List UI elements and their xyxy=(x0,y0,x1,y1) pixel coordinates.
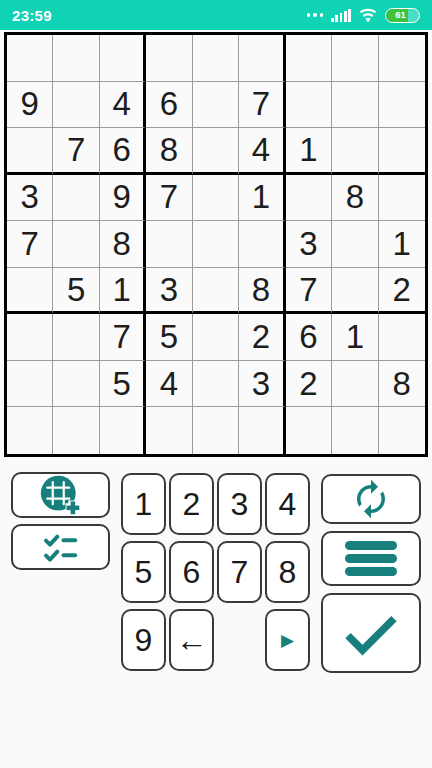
new-puzzle-button[interactable] xyxy=(11,472,110,518)
cell-r9c9[interactable] xyxy=(379,407,425,454)
cell-r4c7[interactable] xyxy=(286,175,332,222)
cell-r4c3[interactable]: 9 xyxy=(100,175,146,222)
cell-r2c5[interactable] xyxy=(193,82,239,129)
cell-r2c2[interactable] xyxy=(53,82,99,129)
key-8[interactable]: 8 xyxy=(265,541,310,603)
cell-r5c7[interactable]: 3 xyxy=(286,221,332,268)
cell-r8c6[interactable]: 3 xyxy=(239,361,285,408)
cell-r5c2[interactable] xyxy=(53,221,99,268)
cell-r5c6[interactable] xyxy=(239,221,285,268)
cell-r3c3[interactable]: 6 xyxy=(100,128,146,175)
key-4[interactable]: 4 xyxy=(265,473,310,535)
backspace-key[interactable]: ← xyxy=(169,609,214,671)
cell-r4c2[interactable] xyxy=(53,175,99,222)
cell-r6c8[interactable] xyxy=(332,268,378,315)
cell-r4c9[interactable] xyxy=(379,175,425,222)
cell-r9c3[interactable] xyxy=(100,407,146,454)
cell-r8c3[interactable]: 5 xyxy=(100,361,146,408)
cell-r5c8[interactable] xyxy=(332,221,378,268)
restart-button[interactable] xyxy=(321,474,421,524)
hint-key[interactable]: ▶ xyxy=(265,609,310,671)
cell-r3c5[interactable] xyxy=(193,128,239,175)
cell-r2c9[interactable] xyxy=(379,82,425,129)
cell-r6c4[interactable]: 3 xyxy=(146,268,192,315)
status-bar: 23:59 61 xyxy=(0,0,432,30)
cell-r5c9[interactable]: 1 xyxy=(379,221,425,268)
checkmark-icon xyxy=(337,599,405,667)
cell-r9c1[interactable] xyxy=(7,407,53,454)
grid-plus-icon xyxy=(37,473,85,517)
cell-r7c2[interactable] xyxy=(53,314,99,361)
cell-r3c9[interactable] xyxy=(379,128,425,175)
cell-r3c2[interactable]: 7 xyxy=(53,128,99,175)
cell-r1c7[interactable] xyxy=(286,35,332,82)
checklist-button[interactable] xyxy=(11,524,110,570)
battery-percent: 61 xyxy=(395,10,406,20)
confirm-button[interactable] xyxy=(321,593,421,673)
cell-r7c6[interactable]: 2 xyxy=(239,314,285,361)
cell-r9c2[interactable] xyxy=(53,407,99,454)
backspace-arrow-icon: ← xyxy=(176,622,208,659)
notification-dots-icon xyxy=(307,13,324,17)
cell-r6c5[interactable] xyxy=(193,268,239,315)
bottom-navbar: New Game ? xyxy=(0,690,432,768)
cell-r8c5[interactable] xyxy=(193,361,239,408)
cell-r8c7[interactable]: 2 xyxy=(286,361,332,408)
cell-r1c8[interactable] xyxy=(332,35,378,82)
cell-r4c8[interactable]: 8 xyxy=(332,175,378,222)
cell-r2c7[interactable] xyxy=(286,82,332,129)
cell-r3c7[interactable]: 1 xyxy=(286,128,332,175)
cell-r2c4[interactable]: 6 xyxy=(146,82,192,129)
sudoku-board: 9467768413971878315138727526154328 xyxy=(4,32,428,457)
cell-r1c9[interactable] xyxy=(379,35,425,82)
cell-r7c4[interactable]: 5 xyxy=(146,314,192,361)
cell-r5c3[interactable]: 8 xyxy=(100,221,146,268)
key-9[interactable]: 9 xyxy=(121,609,166,671)
cell-r2c8[interactable] xyxy=(332,82,378,129)
menu-button[interactable] xyxy=(321,531,421,586)
cell-r7c5[interactable] xyxy=(193,314,239,361)
cell-r9c6[interactable] xyxy=(239,407,285,454)
cell-r6c7[interactable]: 7 xyxy=(286,268,332,315)
key-2[interactable]: 2 xyxy=(169,473,214,535)
cell-r1c3[interactable] xyxy=(100,35,146,82)
cell-r1c1[interactable] xyxy=(7,35,53,82)
cell-r1c4[interactable] xyxy=(146,35,192,82)
cell-r8c4[interactable]: 4 xyxy=(146,361,192,408)
cell-r7c8[interactable]: 1 xyxy=(332,314,378,361)
cell-r2c1[interactable]: 9 xyxy=(7,82,53,129)
key-3[interactable]: 3 xyxy=(217,473,262,535)
play-triangle-icon: ▶ xyxy=(281,630,294,651)
cell-r5c5[interactable] xyxy=(193,221,239,268)
cell-r5c4[interactable] xyxy=(146,221,192,268)
cell-r3c4[interactable]: 8 xyxy=(146,128,192,175)
battery-fill: 61 xyxy=(386,9,408,22)
hamburger-icon xyxy=(345,541,397,576)
cell-r3c1[interactable] xyxy=(7,128,53,175)
cell-r2c3[interactable]: 4 xyxy=(100,82,146,129)
key-6[interactable]: 6 xyxy=(169,541,214,603)
cell-r7c3[interactable]: 7 xyxy=(100,314,146,361)
cell-r1c6[interactable] xyxy=(239,35,285,82)
key-5[interactable]: 5 xyxy=(121,541,166,603)
key-7[interactable]: 7 xyxy=(217,541,262,603)
key-1[interactable]: 1 xyxy=(121,473,166,535)
cell-r9c5[interactable] xyxy=(193,407,239,454)
cell-r4c1[interactable]: 3 xyxy=(7,175,53,222)
wifi-icon xyxy=(359,8,377,23)
battery-indicator: 61 xyxy=(385,8,420,23)
checklist-icon xyxy=(41,528,81,566)
status-icons: 61 xyxy=(307,0,420,30)
sudoku-app: 23:59 61 9467768413971878315138727526154… xyxy=(0,0,432,768)
cell-r3c8[interactable] xyxy=(332,128,378,175)
autorenew-icon xyxy=(350,478,392,520)
cell-r6c3[interactable]: 1 xyxy=(100,268,146,315)
cell-r5c1[interactable]: 7 xyxy=(7,221,53,268)
cell-r8c8[interactable] xyxy=(332,361,378,408)
cell-r4c5[interactable] xyxy=(193,175,239,222)
cell-r9c8[interactable] xyxy=(332,407,378,454)
cell-r6c2[interactable]: 5 xyxy=(53,268,99,315)
cell-r8c1[interactable] xyxy=(7,361,53,408)
cell-r6c6[interactable]: 8 xyxy=(239,268,285,315)
cell-r6c9[interactable]: 2 xyxy=(379,268,425,315)
cell-r7c1[interactable] xyxy=(7,314,53,361)
cell-r4c4[interactable]: 7 xyxy=(146,175,192,222)
cell-r4c6[interactable]: 1 xyxy=(239,175,285,222)
cell-r7c7[interactable]: 6 xyxy=(286,314,332,361)
status-time: 23:59 xyxy=(12,7,52,24)
cell-signal-icon xyxy=(331,9,351,22)
cell-r1c5[interactable] xyxy=(193,35,239,82)
cell-r2c6[interactable]: 7 xyxy=(239,82,285,129)
cell-r9c4[interactable] xyxy=(146,407,192,454)
cell-r6c1[interactable] xyxy=(7,268,53,315)
cell-r7c9[interactable] xyxy=(379,314,425,361)
cell-r1c2[interactable] xyxy=(53,35,99,82)
cell-r3c6[interactable]: 4 xyxy=(239,128,285,175)
cell-r9c7[interactable] xyxy=(286,407,332,454)
cell-r8c9[interactable]: 8 xyxy=(379,361,425,408)
cell-r8c2[interactable] xyxy=(53,361,99,408)
